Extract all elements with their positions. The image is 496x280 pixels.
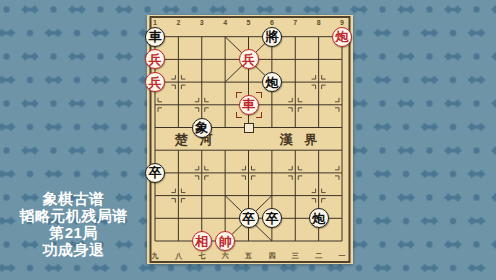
piece-red-f4r10[interactable]: 帥: [215, 231, 235, 251]
top-file-label-7: 7: [293, 19, 297, 26]
xiangqi-board[interactable]: 楚河 漢界 123456789九八七六五四三二一 車將炮兵兵兵炮車象卒卒卒炮相帥: [147, 15, 353, 264]
bottom-file-label-4: 六: [222, 252, 229, 259]
piece-black-f3r5[interactable]: 象: [192, 118, 212, 138]
top-file-label-5: 5: [247, 19, 251, 26]
piece-black-f1r7[interactable]: 卒: [145, 163, 165, 183]
top-file-label-3: 3: [200, 19, 204, 26]
piece-red-f5r4[interactable]: 車: [239, 95, 259, 115]
caption-line-1: 象棋古谱: [0, 190, 147, 207]
piece-red-f1r3[interactable]: 兵: [145, 72, 165, 92]
top-file-label-6: 6: [270, 19, 274, 26]
piece-black-f6r9[interactable]: 卒: [262, 208, 282, 228]
caption-line-2: 韬略元机残局谱: [0, 207, 147, 224]
piece-black-f6r3[interactable]: 炮: [262, 72, 282, 92]
bottom-file-label-8: 二: [315, 252, 322, 259]
video-frame: 象棋古谱 韬略元机残局谱 第21局 功成身退 楚河 漢界 123456789九八…: [0, 0, 496, 280]
piece-red-f5r2[interactable]: 兵: [239, 49, 259, 69]
piece-red-f1r2[interactable]: 兵: [145, 49, 165, 69]
last-move-from-marker: [244, 123, 254, 133]
piece-black-f8r9[interactable]: 炮: [309, 208, 329, 228]
bottom-file-label-2: 八: [175, 252, 182, 259]
piece-black-f5r9[interactable]: 卒: [239, 208, 259, 228]
bottom-file-label-1: 九: [152, 252, 159, 259]
caption-line-4: 功成身退: [0, 241, 147, 258]
bottom-file-label-5: 五: [245, 252, 252, 259]
caption-line-3: 第21局: [0, 224, 147, 241]
piece-black-f6r1[interactable]: 將: [262, 27, 282, 47]
river-label-right: 漢界: [280, 132, 330, 147]
bottom-file-label-9: 一: [339, 252, 346, 259]
top-file-label-9: 9: [340, 19, 344, 26]
caption-block: 象棋古谱 韬略元机残局谱 第21局 功成身退: [0, 190, 147, 258]
top-file-label-4: 4: [223, 19, 227, 26]
bottom-file-label-3: 七: [198, 252, 205, 259]
top-file-label-8: 8: [317, 19, 321, 26]
top-file-label-1: 1: [153, 19, 157, 26]
piece-red-f3r10[interactable]: 相: [192, 231, 212, 251]
bottom-file-label-7: 三: [292, 252, 299, 259]
piece-red-f9r1[interactable]: 炮: [332, 27, 352, 47]
bottom-file-label-6: 四: [268, 252, 275, 259]
top-file-label-2: 2: [176, 19, 180, 26]
piece-black-f1r1[interactable]: 車: [145, 27, 165, 47]
